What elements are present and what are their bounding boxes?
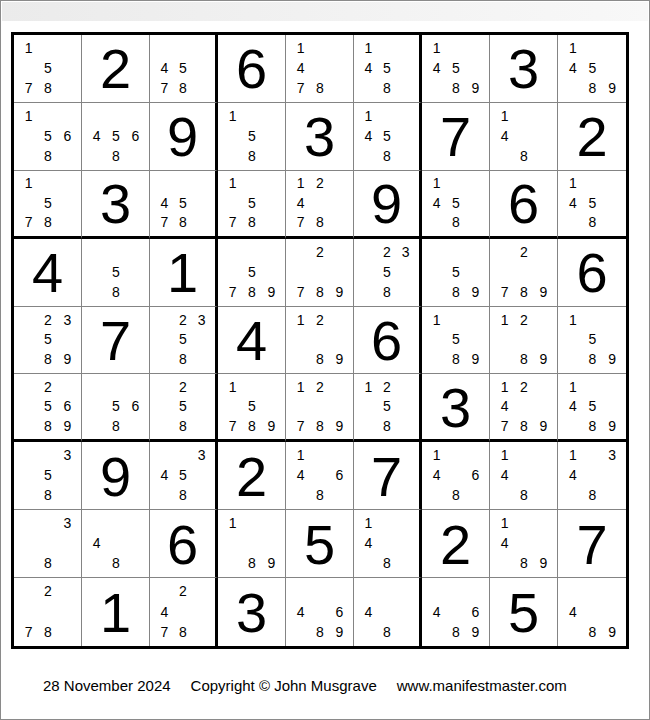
cell-r5c3[interactable]: 2358 xyxy=(150,307,218,375)
pencil-mark: 5 xyxy=(583,193,603,212)
cell-r9c1[interactable]: 278 xyxy=(14,578,82,646)
pencil-mark: 4 xyxy=(155,465,174,485)
pencil-marks: 278 xyxy=(14,578,81,646)
cell-r3c4[interactable]: 1578 xyxy=(218,171,286,239)
footer-url: www.manifestmaster.com xyxy=(397,677,567,694)
footer: 28 November 2024 Copyright © John Musgra… xyxy=(43,677,567,694)
pencil-marks: 38 xyxy=(14,510,81,577)
cell-r8c8[interactable]: 1489 xyxy=(490,510,558,578)
pencil-mark: 8 xyxy=(38,622,57,642)
pencil-mark: 7 xyxy=(155,78,174,98)
pencil-marks: 2358 xyxy=(150,307,215,374)
pencil-marks: 1258 xyxy=(354,374,419,439)
pencil-marks: 158 xyxy=(218,103,285,170)
pencil-mark: 9 xyxy=(534,553,553,573)
pencil-mark: 8 xyxy=(174,78,193,98)
pencil-mark: 8 xyxy=(38,78,57,98)
cell-r3c3[interactable]: 4578 xyxy=(150,171,218,239)
cell-r4c2[interactable]: 58 xyxy=(82,239,150,307)
pencil-mark: 4 xyxy=(563,465,583,485)
cell-r6c9[interactable]: 14589 xyxy=(558,374,626,442)
cell-r1c6[interactable]: 1458 xyxy=(354,35,422,103)
pencil-mark: 4 xyxy=(155,601,174,621)
pencil-marks: 4689 xyxy=(422,578,489,646)
cell-r3c1[interactable]: 1578 xyxy=(14,171,82,239)
pencil-marks: 14589 xyxy=(558,374,626,439)
cell-r7c6[interactable]: 7 xyxy=(354,442,422,510)
solved-digit: 5 xyxy=(490,578,557,646)
pencil-mark: 1 xyxy=(427,174,446,193)
cell-r7c7[interactable]: 1468 xyxy=(422,442,490,510)
pencil-mark: 2 xyxy=(38,310,57,330)
pencil-mark: 8 xyxy=(446,485,465,505)
solved-digit: 2 xyxy=(422,510,489,577)
pencil-mark: 4 xyxy=(427,601,446,621)
cell-r9c4[interactable]: 3 xyxy=(218,578,286,646)
pencil-mark: 8 xyxy=(378,78,397,98)
cell-r9c6[interactable]: 48 xyxy=(354,578,422,646)
solved-digit: 5 xyxy=(286,510,353,577)
pencil-marks: 2358 xyxy=(354,239,419,306)
cell-r2c9[interactable]: 2 xyxy=(558,103,626,171)
pencil-mark: 5 xyxy=(583,58,603,78)
pencil-mark: 4 xyxy=(359,601,378,621)
pencil-mark: 9 xyxy=(466,349,485,369)
pencil-mark: 3 xyxy=(58,513,77,533)
pencil-mark: 7 xyxy=(291,212,310,231)
pencil-marks: 23589 xyxy=(14,307,81,374)
pencil-marks: 1468 xyxy=(286,442,353,509)
pencil-mark: 1 xyxy=(495,106,514,126)
pencil-mark: 8 xyxy=(583,485,603,505)
cell-r7c9[interactable]: 1348 xyxy=(558,442,626,510)
cell-r9c8[interactable]: 5 xyxy=(490,578,558,646)
pencil-mark: 2 xyxy=(174,310,193,330)
pencil-marks: 2789 xyxy=(490,239,557,306)
cell-r5c2[interactable]: 7 xyxy=(82,307,150,375)
pencil-mark: 8 xyxy=(378,553,397,573)
pencil-marks: 1289 xyxy=(490,307,557,374)
pencil-mark: 5 xyxy=(38,126,57,146)
pencil-mark: 5 xyxy=(446,330,465,350)
cell-r9c3[interactable]: 2478 xyxy=(150,578,218,646)
pencil-mark: 9 xyxy=(602,349,622,369)
pencil-mark: 4 xyxy=(427,58,446,78)
pencil-mark: 5 xyxy=(106,397,125,416)
pencil-mark: 2 xyxy=(310,242,329,262)
pencil-marks: 1578 xyxy=(218,171,285,236)
solved-digit: 7 xyxy=(558,510,626,577)
pencil-mark: 5 xyxy=(38,58,57,78)
pencil-marks: 124789 xyxy=(490,374,557,439)
pencil-mark: 7 xyxy=(19,622,38,642)
pencil-mark: 8 xyxy=(242,553,261,573)
solved-digit: 6 xyxy=(558,239,626,306)
pencil-mark: 3 xyxy=(192,310,211,330)
pencil-mark: 1 xyxy=(19,38,38,58)
solved-digit: 9 xyxy=(150,103,215,170)
pencil-mark: 5 xyxy=(106,262,125,282)
pencil-mark: 8 xyxy=(174,212,193,231)
pencil-mark: 9 xyxy=(330,622,349,642)
pencil-marks: 1589 xyxy=(558,307,626,374)
pencil-mark: 4 xyxy=(87,126,106,146)
cell-r1c1[interactable]: 1578 xyxy=(14,35,82,103)
pencil-mark: 4 xyxy=(563,397,583,416)
cell-r5c6[interactable]: 6 xyxy=(354,307,422,375)
cell-r9c5[interactable]: 4689 xyxy=(286,578,354,646)
pencil-marks: 12789 xyxy=(286,374,353,439)
pencil-mark: 8 xyxy=(38,212,57,231)
pencil-mark: 4 xyxy=(359,58,378,78)
cell-r4c8[interactable]: 2789 xyxy=(490,239,558,307)
cell-r3c9[interactable]: 1458 xyxy=(558,171,626,239)
cell-r6c6[interactable]: 1258 xyxy=(354,374,422,442)
pencil-mark: 1 xyxy=(223,106,242,126)
pencil-mark: 1 xyxy=(563,310,583,330)
solved-digit: 3 xyxy=(286,103,353,170)
pencil-mark: 5 xyxy=(242,126,261,146)
pencil-mark: 7 xyxy=(495,282,514,302)
cell-r5c1[interactable]: 23589 xyxy=(14,307,82,375)
cell-r6c8[interactable]: 124789 xyxy=(490,374,558,442)
cell-r2c5[interactable]: 3 xyxy=(286,103,354,171)
pencil-marks: 2789 xyxy=(286,239,353,306)
pencil-mark: 8 xyxy=(38,349,57,369)
pencil-mark: 5 xyxy=(378,397,397,416)
cell-r1c8[interactable]: 3 xyxy=(490,35,558,103)
pencil-mark: 5 xyxy=(38,397,57,416)
pencil-mark: 1 xyxy=(291,377,310,396)
pencil-marks: 148 xyxy=(354,510,419,577)
pencil-mark: 8 xyxy=(583,78,603,98)
cell-r5c5[interactable]: 1289 xyxy=(286,307,354,375)
cell-r5c7[interactable]: 1589 xyxy=(422,307,490,375)
cell-r6c7[interactable]: 3 xyxy=(422,374,490,442)
pencil-mark: 1 xyxy=(291,174,310,193)
cell-r2c3[interactable]: 9 xyxy=(150,103,218,171)
cell-r3c2[interactable]: 3 xyxy=(82,171,150,239)
pencil-mark: 4 xyxy=(291,58,310,78)
cell-r3c6[interactable]: 9 xyxy=(354,171,422,239)
pencil-mark: 8 xyxy=(174,349,193,369)
cell-r4c9[interactable]: 6 xyxy=(558,239,626,307)
cell-r7c2[interactable]: 9 xyxy=(82,442,150,510)
pencil-mark: 6 xyxy=(330,601,349,621)
pencil-mark: 6 xyxy=(58,126,77,146)
pencil-mark: 8 xyxy=(106,553,125,573)
pencil-mark: 1 xyxy=(563,38,583,58)
pencil-mark: 8 xyxy=(378,622,397,642)
pencil-mark: 4 xyxy=(359,533,378,553)
cell-r2c7[interactable]: 7 xyxy=(422,103,490,171)
cell-r3c7[interactable]: 1458 xyxy=(422,171,490,239)
pencil-mark: 8 xyxy=(446,78,465,98)
cell-r1c3[interactable]: 4578 xyxy=(150,35,218,103)
pencil-mark: 4 xyxy=(495,465,514,485)
pencil-mark: 6 xyxy=(126,397,145,416)
cell-r6c1[interactable]: 25689 xyxy=(14,374,82,442)
solved-digit: 3 xyxy=(422,374,489,439)
pencil-marks: 1489 xyxy=(490,510,557,577)
pencil-mark: 5 xyxy=(174,330,193,350)
cell-r9c2[interactable]: 1 xyxy=(82,578,150,646)
pencil-mark: 8 xyxy=(583,349,603,369)
cell-r2c1[interactable]: 1568 xyxy=(14,103,82,171)
pencil-mark: 8 xyxy=(310,78,329,98)
pencil-marks: 5789 xyxy=(218,239,285,306)
pencil-mark: 6 xyxy=(126,126,145,146)
pencil-mark: 8 xyxy=(378,146,397,166)
cell-r9c7[interactable]: 4689 xyxy=(422,578,490,646)
solved-digit: 2 xyxy=(218,442,285,509)
cell-r7c3[interactable]: 3458 xyxy=(150,442,218,510)
pencil-mark: 8 xyxy=(310,212,329,231)
cell-r6c2[interactable]: 568 xyxy=(82,374,150,442)
pencil-mark: 1 xyxy=(223,377,242,396)
puzzle-page: 1578245786147814581458931458915684568915… xyxy=(0,0,650,720)
solved-digit: 7 xyxy=(354,442,419,509)
pencil-mark: 9 xyxy=(58,416,77,435)
pencil-mark: 8 xyxy=(514,349,533,369)
pencil-mark: 8 xyxy=(242,212,261,231)
pencil-mark: 8 xyxy=(310,416,329,435)
pencil-mark: 9 xyxy=(58,349,77,369)
pencil-marks: 4568 xyxy=(82,103,149,170)
cell-r7c5[interactable]: 1468 xyxy=(286,442,354,510)
pencil-mark: 8 xyxy=(378,282,397,302)
pencil-mark: 7 xyxy=(19,212,38,231)
pencil-mark: 9 xyxy=(330,416,349,435)
pencil-marks: 258 xyxy=(150,374,215,439)
cell-r2c6[interactable]: 1458 xyxy=(354,103,422,171)
pencil-mark: 8 xyxy=(174,485,193,505)
cell-r8c9[interactable]: 7 xyxy=(558,510,626,578)
cell-r8c6[interactable]: 148 xyxy=(354,510,422,578)
solved-digit: 7 xyxy=(422,103,489,170)
pencil-mark: 8 xyxy=(38,485,57,505)
solved-digit: 7 xyxy=(82,307,149,374)
solved-digit: 2 xyxy=(558,103,626,170)
pencil-mark: 9 xyxy=(466,282,485,302)
pencil-mark: 7 xyxy=(155,212,174,231)
pencil-marks: 1458 xyxy=(422,171,489,236)
cell-r5c8[interactable]: 1289 xyxy=(490,307,558,375)
pencil-mark: 4 xyxy=(495,126,514,146)
solved-digit: 6 xyxy=(218,35,285,102)
pencil-mark: 2 xyxy=(378,242,397,262)
pencil-mark: 3 xyxy=(602,445,622,465)
solved-digit: 4 xyxy=(14,239,81,306)
pencil-mark: 8 xyxy=(583,416,603,435)
pencil-mark: 4 xyxy=(427,193,446,212)
pencil-mark: 1 xyxy=(359,513,378,533)
cell-r6c5[interactable]: 12789 xyxy=(286,374,354,442)
pencil-mark: 4 xyxy=(155,58,174,78)
pencil-mark: 8 xyxy=(310,485,329,505)
pencil-marks: 148 xyxy=(490,442,557,509)
pencil-mark: 5 xyxy=(38,330,57,350)
pencil-mark: 8 xyxy=(514,485,533,505)
cell-r2c8[interactable]: 148 xyxy=(490,103,558,171)
pencil-mark: 8 xyxy=(242,416,261,435)
cell-r8c7[interactable]: 2 xyxy=(422,510,490,578)
cell-r9c9[interactable]: 489 xyxy=(558,578,626,646)
cell-r1c7[interactable]: 14589 xyxy=(422,35,490,103)
pencil-mark: 9 xyxy=(330,282,349,302)
pencil-marks: 148 xyxy=(490,103,557,170)
pencil-mark: 8 xyxy=(242,282,261,302)
pencil-marks: 4689 xyxy=(286,578,353,646)
cell-r8c1[interactable]: 38 xyxy=(14,510,82,578)
pencil-mark: 1 xyxy=(19,106,38,126)
pencil-mark: 8 xyxy=(310,282,329,302)
pencil-marks: 1589 xyxy=(422,307,489,374)
pencil-mark: 4 xyxy=(87,533,106,553)
pencil-mark: 2 xyxy=(514,242,533,262)
pencil-mark: 2 xyxy=(174,581,193,601)
cell-r7c4[interactable]: 2 xyxy=(218,442,286,510)
pencil-mark: 2 xyxy=(514,377,533,396)
pencil-mark: 7 xyxy=(495,416,514,435)
pencil-mark: 3 xyxy=(396,242,415,262)
pencil-mark: 1 xyxy=(495,445,514,465)
cell-r5c9[interactable]: 1589 xyxy=(558,307,626,375)
pencil-mark: 9 xyxy=(330,349,349,369)
cell-r8c4[interactable]: 189 xyxy=(218,510,286,578)
solved-digit: 1 xyxy=(150,239,215,306)
cell-r7c1[interactable]: 358 xyxy=(14,442,82,510)
pencil-mark: 2 xyxy=(514,310,533,330)
solved-digit: 3 xyxy=(218,578,285,646)
pencil-mark: 5 xyxy=(446,262,465,282)
pencil-mark: 8 xyxy=(106,146,125,166)
cell-r8c2[interactable]: 48 xyxy=(82,510,150,578)
pencil-marks: 1578 xyxy=(14,35,81,102)
pencil-mark: 8 xyxy=(310,349,329,369)
pencil-marks: 48 xyxy=(82,510,149,577)
pencil-mark: 1 xyxy=(291,445,310,465)
pencil-mark: 8 xyxy=(106,282,125,302)
cell-r5c4[interactable]: 4 xyxy=(218,307,286,375)
pencil-mark: 8 xyxy=(446,622,465,642)
pencil-mark: 5 xyxy=(242,193,261,212)
pencil-mark: 4 xyxy=(291,601,310,621)
pencil-mark: 4 xyxy=(563,601,583,621)
pencil-mark: 5 xyxy=(38,465,57,485)
pencil-marks: 2478 xyxy=(150,578,215,646)
footer-date: 28 November 2024 xyxy=(43,677,171,694)
pencil-marks: 1568 xyxy=(14,103,81,170)
pencil-mark: 8 xyxy=(446,212,465,231)
solved-digit: 3 xyxy=(82,171,149,236)
pencil-mark: 1 xyxy=(563,174,583,193)
cell-r1c9[interactable]: 14589 xyxy=(558,35,626,103)
cell-r7c8[interactable]: 148 xyxy=(490,442,558,510)
cell-r4c7[interactable]: 589 xyxy=(422,239,490,307)
pencil-mark: 8 xyxy=(38,146,57,166)
cell-r8c3[interactable]: 6 xyxy=(150,510,218,578)
pencil-mark: 1 xyxy=(495,377,514,396)
pencil-mark: 5 xyxy=(242,397,261,416)
cell-r4c4[interactable]: 5789 xyxy=(218,239,286,307)
cell-r4c1[interactable]: 4 xyxy=(14,239,82,307)
pencil-mark: 9 xyxy=(602,416,622,435)
pencil-marks: 4578 xyxy=(150,171,215,236)
pencil-mark: 3 xyxy=(58,310,77,330)
cell-r3c5[interactable]: 12478 xyxy=(286,171,354,239)
cell-r1c5[interactable]: 1478 xyxy=(286,35,354,103)
pencil-mark: 8 xyxy=(242,146,261,166)
sudoku-board: 1578245786147814581458931458915684568915… xyxy=(11,32,629,649)
pencil-marks: 358 xyxy=(14,442,81,509)
pencil-mark: 1 xyxy=(291,38,310,58)
pencil-mark: 5 xyxy=(378,58,397,78)
pencil-mark: 1 xyxy=(427,310,446,330)
pencil-mark: 3 xyxy=(58,445,77,465)
cell-r2c4[interactable]: 158 xyxy=(218,103,286,171)
pencil-mark: 9 xyxy=(602,78,622,98)
cell-r4c3[interactable]: 1 xyxy=(150,239,218,307)
pencil-mark: 2 xyxy=(38,377,57,396)
pencil-mark: 1 xyxy=(563,445,583,465)
pencil-mark: 5 xyxy=(106,126,125,146)
pencil-mark: 9 xyxy=(466,78,485,98)
pencil-marks: 1458 xyxy=(354,35,419,102)
pencil-mark: 1 xyxy=(359,38,378,58)
pencil-mark: 9 xyxy=(534,282,553,302)
cell-r4c5[interactable]: 2789 xyxy=(286,239,354,307)
pencil-mark: 5 xyxy=(174,193,193,212)
pencil-mark: 8 xyxy=(583,622,603,642)
pencil-marks: 1478 xyxy=(286,35,353,102)
pencil-mark: 7 xyxy=(223,416,242,435)
pencil-marks: 1468 xyxy=(422,442,489,509)
cell-r2c2[interactable]: 4568 xyxy=(82,103,150,171)
cell-r1c2[interactable]: 2 xyxy=(82,35,150,103)
pencil-mark: 9 xyxy=(602,622,622,642)
cell-r1c4[interactable]: 6 xyxy=(218,35,286,103)
pencil-mark: 9 xyxy=(262,416,281,435)
pencil-mark: 1 xyxy=(223,174,242,193)
pencil-mark: 8 xyxy=(514,282,533,302)
pencil-mark: 2 xyxy=(310,377,329,396)
top-strip xyxy=(2,2,648,21)
cell-r6c4[interactable]: 15789 xyxy=(218,374,286,442)
pencil-mark: 8 xyxy=(174,622,193,642)
pencil-marks: 58 xyxy=(82,239,149,306)
pencil-mark: 7 xyxy=(155,622,174,642)
solved-digit: 1 xyxy=(82,578,149,646)
pencil-mark: 1 xyxy=(291,310,310,330)
pencil-mark: 1 xyxy=(495,310,514,330)
cell-r4c6[interactable]: 2358 xyxy=(354,239,422,307)
pencil-mark: 4 xyxy=(291,193,310,212)
pencil-mark: 9 xyxy=(262,282,281,302)
solved-digit: 4 xyxy=(218,307,285,374)
solved-digit: 6 xyxy=(150,510,215,577)
pencil-mark: 3 xyxy=(192,445,211,465)
pencil-mark: 1 xyxy=(19,174,38,193)
cell-r6c3[interactable]: 258 xyxy=(150,374,218,442)
pencil-mark: 7 xyxy=(223,212,242,231)
pencil-mark: 5 xyxy=(446,58,465,78)
cell-r8c5[interactable]: 5 xyxy=(286,510,354,578)
pencil-mark: 1 xyxy=(563,377,583,396)
cell-r3c8[interactable]: 6 xyxy=(490,171,558,239)
pencil-marks: 589 xyxy=(422,239,489,306)
pencil-mark: 2 xyxy=(378,377,397,396)
